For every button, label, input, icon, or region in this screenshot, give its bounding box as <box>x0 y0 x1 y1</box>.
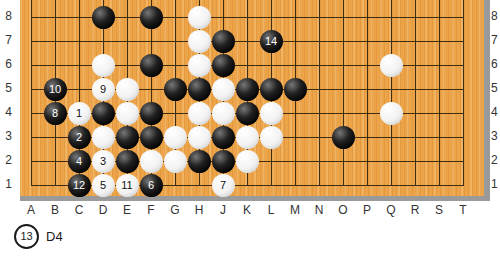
move-caption: 13 D4 <box>14 224 63 249</box>
caption-move-number: 13 <box>20 231 32 242</box>
stone-white-D6 <box>92 54 115 77</box>
col-label-L: L <box>263 203 279 217</box>
col-label-H: H <box>191 203 207 217</box>
stone-white-L4 <box>260 102 283 125</box>
col-label-O: O <box>335 203 351 217</box>
stone-black-C1: 12 <box>68 174 91 197</box>
col-label-C: C <box>71 203 87 217</box>
col-label-A: A <box>23 203 39 217</box>
row-label-left-8: 8 <box>0 9 17 23</box>
stone-black-F8 <box>140 6 163 29</box>
stone-white-E5 <box>116 78 139 101</box>
stone-black-K5 <box>236 78 259 101</box>
row-label-left-7: 7 <box>0 33 17 47</box>
col-label-B: B <box>47 203 63 217</box>
row-label-right-8: 8 <box>491 9 498 23</box>
stone-white-H4 <box>188 102 211 125</box>
row-label-right-6: 6 <box>491 57 498 71</box>
grid-line-col-S <box>439 0 440 186</box>
col-label-Q: Q <box>383 203 399 217</box>
col-label-K: K <box>239 203 255 217</box>
grid-line-col-N <box>319 0 320 186</box>
stone-black-J2 <box>212 150 235 173</box>
stone-white-E1: 11 <box>116 174 139 197</box>
stone-white-D2: 3 <box>92 150 115 173</box>
col-label-G: G <box>167 203 183 217</box>
row-label-left-6: 6 <box>0 57 17 71</box>
stone-white-Q6 <box>380 54 403 77</box>
stone-white-J5 <box>212 78 235 101</box>
stone-white-H3 <box>188 126 211 149</box>
grid-line-col-T <box>463 0 464 186</box>
row-label-right-2: 2 <box>491 153 498 167</box>
stone-black-K4 <box>236 102 259 125</box>
col-label-M: M <box>287 203 303 217</box>
stone-white-H8 <box>188 6 211 29</box>
stone-white-C4: 1 <box>68 102 91 125</box>
stone-white-J1: 7 <box>212 174 235 197</box>
stone-black-E3 <box>116 126 139 149</box>
stone-white-F2 <box>140 150 163 173</box>
row-label-right-7: 7 <box>491 33 498 47</box>
stone-white-Q4 <box>380 102 403 125</box>
row-label-left-3: 3 <box>0 129 17 143</box>
row-label-right-3: 3 <box>491 129 498 143</box>
stone-black-B4: 8 <box>44 102 67 125</box>
grid-line-row-7 <box>31 41 464 42</box>
stone-white-K2 <box>236 150 259 173</box>
stone-black-L7: 14 <box>260 30 283 53</box>
stone-black-H5 <box>188 78 211 101</box>
grid-line-col-R <box>415 0 416 186</box>
stone-white-E4 <box>116 102 139 125</box>
col-label-R: R <box>407 203 423 217</box>
stone-black-J3 <box>212 126 235 149</box>
col-label-F: F <box>143 203 159 217</box>
row-label-left-4: 4 <box>0 105 17 119</box>
stone-white-D3 <box>92 126 115 149</box>
row-label-right-4: 4 <box>491 105 498 119</box>
stone-black-J6 <box>212 54 235 77</box>
col-label-T: T <box>455 203 471 217</box>
stone-black-F1: 6 <box>140 174 163 197</box>
stone-black-J7 <box>212 30 235 53</box>
grid-line-col-Q <box>391 0 392 186</box>
row-label-left-5: 5 <box>0 81 17 95</box>
col-label-E: E <box>119 203 135 217</box>
grid-line-col-O <box>343 0 344 186</box>
stone-black-M5 <box>284 78 307 101</box>
stone-black-C2: 4 <box>68 150 91 173</box>
stone-black-F4 <box>140 102 163 125</box>
stone-black-D4 <box>92 102 115 125</box>
caption-location: D4 <box>46 229 63 244</box>
stone-white-G3 <box>164 126 187 149</box>
stone-white-H6 <box>188 54 211 77</box>
row-label-left-1: 1 <box>0 177 17 191</box>
grid-line-col-A <box>31 0 32 186</box>
stone-white-L3 <box>260 126 283 149</box>
stone-black-H2 <box>188 150 211 173</box>
stone-white-J4 <box>212 102 235 125</box>
stone-black-F6 <box>140 54 163 77</box>
row-label-right-5: 5 <box>491 81 498 95</box>
col-label-J: J <box>215 203 231 217</box>
caption-stone-13: 13 <box>14 224 39 249</box>
col-label-D: D <box>95 203 111 217</box>
row-label-right-1: 1 <box>491 177 498 191</box>
grid-line-col-P <box>367 0 368 186</box>
stone-white-K3 <box>236 126 259 149</box>
row-label-left-2: 2 <box>0 153 17 167</box>
stone-black-C3: 2 <box>68 126 91 149</box>
col-label-N: N <box>311 203 327 217</box>
stone-black-D8 <box>92 6 115 29</box>
col-label-S: S <box>431 203 447 217</box>
stone-black-L5 <box>260 78 283 101</box>
col-label-P: P <box>359 203 375 217</box>
stone-white-D1: 5 <box>92 174 115 197</box>
stone-white-D5: 9 <box>92 78 115 101</box>
stone-white-H7 <box>188 30 211 53</box>
stone-black-G5 <box>164 78 187 101</box>
go-board[interactable]: 14109812431251167 <box>20 0 490 201</box>
stone-black-O3 <box>332 126 355 149</box>
stone-black-B5: 10 <box>44 78 67 101</box>
stone-black-F3 <box>140 126 163 149</box>
go-diagram-page: 14109812431251167 ABCDEFGHJKLMNOPQRST887… <box>0 0 500 260</box>
stone-black-E2 <box>116 150 139 173</box>
stone-white-G2 <box>164 150 187 173</box>
